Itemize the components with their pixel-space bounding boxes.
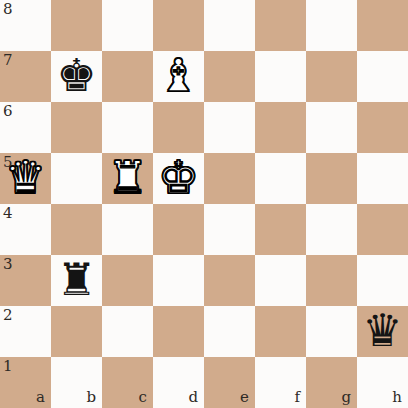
square-f5[interactable] bbox=[255, 153, 306, 204]
square-b5[interactable] bbox=[51, 153, 102, 204]
square-b7[interactable]: ♚ bbox=[51, 51, 102, 102]
piece-white-bishop-d7[interactable]: ♝ bbox=[158, 50, 198, 101]
square-f7[interactable] bbox=[255, 51, 306, 102]
square-a4[interactable] bbox=[0, 204, 51, 255]
square-h7[interactable] bbox=[357, 51, 408, 102]
piece-black-king-b7[interactable]: ♚ bbox=[56, 50, 96, 101]
square-g3[interactable] bbox=[306, 255, 357, 306]
square-d6[interactable] bbox=[153, 102, 204, 153]
square-a5[interactable]: ♛ bbox=[0, 153, 51, 204]
square-g2[interactable] bbox=[306, 306, 357, 357]
square-c4[interactable] bbox=[102, 204, 153, 255]
square-e4[interactable] bbox=[204, 204, 255, 255]
square-c8[interactable] bbox=[102, 0, 153, 51]
square-d2[interactable] bbox=[153, 306, 204, 357]
square-b1[interactable] bbox=[51, 357, 102, 408]
square-g8[interactable] bbox=[306, 0, 357, 51]
square-f2[interactable] bbox=[255, 306, 306, 357]
square-h2[interactable]: ♛ bbox=[357, 306, 408, 357]
square-f1[interactable] bbox=[255, 357, 306, 408]
square-d7[interactable]: ♝ bbox=[153, 51, 204, 102]
square-g7[interactable] bbox=[306, 51, 357, 102]
square-f6[interactable] bbox=[255, 102, 306, 153]
square-b3[interactable]: ♜ bbox=[51, 255, 102, 306]
square-b8[interactable] bbox=[51, 0, 102, 51]
square-g1[interactable] bbox=[306, 357, 357, 408]
square-b4[interactable] bbox=[51, 204, 102, 255]
square-a1[interactable] bbox=[0, 357, 51, 408]
piece-white-rook-c5[interactable]: ♜ bbox=[107, 152, 147, 203]
square-b2[interactable] bbox=[51, 306, 102, 357]
square-g4[interactable] bbox=[306, 204, 357, 255]
square-c7[interactable] bbox=[102, 51, 153, 102]
chess-board: ♚♝♛♜♚♜♛87654321abcdefgh bbox=[0, 0, 408, 408]
square-e6[interactable] bbox=[204, 102, 255, 153]
square-a7[interactable] bbox=[0, 51, 51, 102]
square-a3[interactable] bbox=[0, 255, 51, 306]
square-h5[interactable] bbox=[357, 153, 408, 204]
piece-white-queen-a5[interactable]: ♛ bbox=[5, 152, 45, 203]
square-h1[interactable] bbox=[357, 357, 408, 408]
square-a8[interactable] bbox=[0, 0, 51, 51]
square-h4[interactable] bbox=[357, 204, 408, 255]
square-a2[interactable] bbox=[0, 306, 51, 357]
piece-black-rook-b3[interactable]: ♜ bbox=[56, 254, 96, 305]
square-e5[interactable] bbox=[204, 153, 255, 204]
square-d8[interactable] bbox=[153, 0, 204, 51]
piece-white-king-d5[interactable]: ♚ bbox=[158, 152, 198, 203]
square-g6[interactable] bbox=[306, 102, 357, 153]
square-e3[interactable] bbox=[204, 255, 255, 306]
square-c6[interactable] bbox=[102, 102, 153, 153]
square-c5[interactable]: ♜ bbox=[102, 153, 153, 204]
square-e8[interactable] bbox=[204, 0, 255, 51]
square-f4[interactable] bbox=[255, 204, 306, 255]
square-c3[interactable] bbox=[102, 255, 153, 306]
square-h3[interactable] bbox=[357, 255, 408, 306]
square-b6[interactable] bbox=[51, 102, 102, 153]
piece-black-queen-h2[interactable]: ♛ bbox=[362, 305, 402, 356]
square-e7[interactable] bbox=[204, 51, 255, 102]
square-d4[interactable] bbox=[153, 204, 204, 255]
square-h8[interactable] bbox=[357, 0, 408, 51]
square-e1[interactable] bbox=[204, 357, 255, 408]
square-a6[interactable] bbox=[0, 102, 51, 153]
square-d3[interactable] bbox=[153, 255, 204, 306]
square-c2[interactable] bbox=[102, 306, 153, 357]
square-h6[interactable] bbox=[357, 102, 408, 153]
square-g5[interactable] bbox=[306, 153, 357, 204]
square-e2[interactable] bbox=[204, 306, 255, 357]
square-f8[interactable] bbox=[255, 0, 306, 51]
square-f3[interactable] bbox=[255, 255, 306, 306]
square-d1[interactable] bbox=[153, 357, 204, 408]
square-d5[interactable]: ♚ bbox=[153, 153, 204, 204]
square-c1[interactable] bbox=[102, 357, 153, 408]
